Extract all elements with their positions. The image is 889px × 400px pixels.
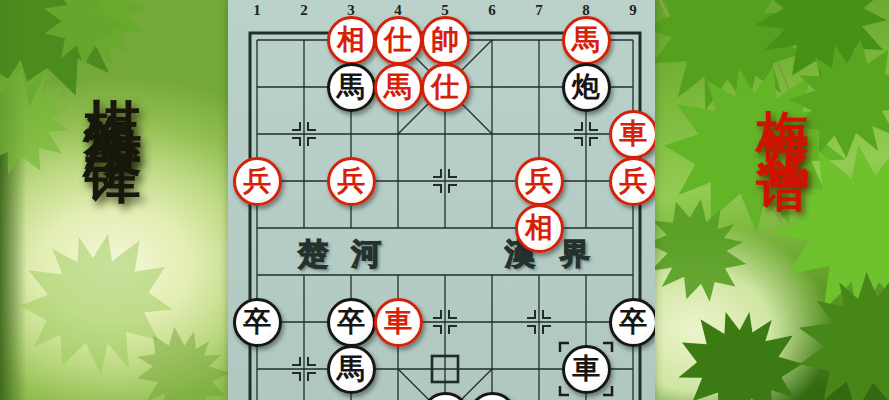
piece-glyph: 車 <box>572 355 600 383</box>
piece-red-兵[interactable]: 兵 <box>609 157 656 206</box>
piece-red-相[interactable]: 相 <box>327 16 376 65</box>
piece-black-馬[interactable]: 馬 <box>327 63 376 112</box>
piece-glyph: 帥 <box>431 26 459 54</box>
piece-glyph: 卒 <box>337 308 365 336</box>
piece-red-兵[interactable]: 兵 <box>515 157 564 206</box>
piece-glyph: 車 <box>384 308 412 336</box>
piece-glyph: 兵 <box>525 167 553 195</box>
left-title: 棋海争锋 <box>73 52 151 116</box>
piece-glyph: 車 <box>619 120 647 148</box>
piece-red-仕[interactable]: 仕 <box>421 63 470 112</box>
background-right <box>655 0 889 400</box>
pieces-grid: 相仕帥馬馬馬仕炮車兵兵兵兵相卒卒車卒馬車 <box>234 17 656 400</box>
piece-red-相[interactable]: 相 <box>515 204 564 253</box>
piece-red-車[interactable]: 車 <box>374 298 423 347</box>
piece-red-馬[interactable]: 馬 <box>562 16 611 65</box>
piece-glyph: 仕 <box>384 26 412 54</box>
piece-glyph: 馬 <box>337 73 365 101</box>
piece-black-卒[interactable]: 卒 <box>233 298 282 347</box>
piece-black-車[interactable]: 車 <box>562 345 611 394</box>
piece-glyph: 馬 <box>337 355 365 383</box>
piece-glyph: 卒 <box>243 308 271 336</box>
piece-glyph: 兵 <box>337 167 365 195</box>
piece-glyph: 相 <box>525 214 553 242</box>
piece-red-車[interactable]: 車 <box>609 110 656 159</box>
piece-black-卒[interactable]: 卒 <box>327 298 376 347</box>
piece-black-馬[interactable]: 馬 <box>327 345 376 394</box>
piece-glyph: 兵 <box>243 167 271 195</box>
right-title: 梅花谱 <box>747 68 817 140</box>
piece-red-兵[interactable]: 兵 <box>233 157 282 206</box>
piece-black-unknown[interactable] <box>421 392 470 400</box>
piece-black-卒[interactable]: 卒 <box>609 298 656 347</box>
piece-glyph: 炮 <box>572 73 600 101</box>
piece-red-兵[interactable]: 兵 <box>327 157 376 206</box>
piece-glyph: 仕 <box>431 73 459 101</box>
piece-glyph: 兵 <box>619 167 647 195</box>
piece-glyph: 馬 <box>572 26 600 54</box>
piece-glyph: 馬 <box>384 73 412 101</box>
piece-red-仕[interactable]: 仕 <box>374 16 423 65</box>
xiangqi-board: 123456789 楚河漢界 相仕帥馬馬馬仕炮車兵兵兵兵相卒卒車卒馬車 <box>228 0 655 400</box>
piece-black-unknown[interactable] <box>468 392 517 400</box>
piece-red-帥[interactable]: 帥 <box>421 16 470 65</box>
piece-red-馬[interactable]: 馬 <box>374 63 423 112</box>
screenshot-root: 棋海争锋 梅花谱 123456789 楚河漢界 相仕帥馬馬馬仕炮車兵兵兵兵相卒卒… <box>0 0 889 400</box>
piece-black-炮[interactable]: 炮 <box>562 63 611 112</box>
piece-glyph: 相 <box>337 26 365 54</box>
piece-glyph: 卒 <box>619 308 647 336</box>
